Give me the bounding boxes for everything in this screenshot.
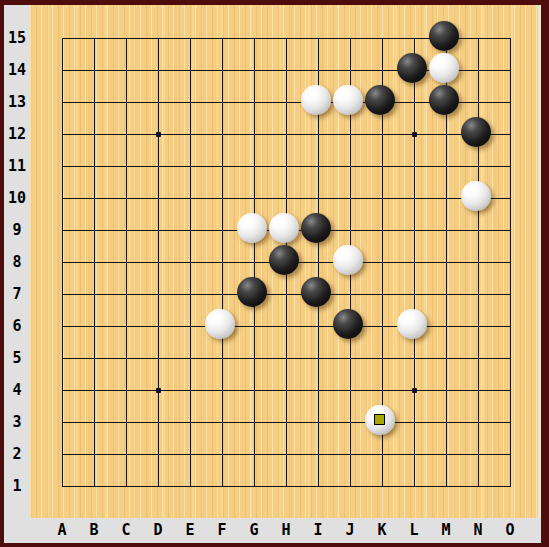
star-point-L12 xyxy=(412,132,417,137)
row-label-8: 8 xyxy=(4,253,30,271)
stone-black-G7 xyxy=(237,277,267,307)
row-label-10: 10 xyxy=(4,189,30,207)
star-point-L4 xyxy=(412,388,417,393)
row-label-14: 14 xyxy=(4,61,30,79)
goban-window: { "game": "go", "board": { "size": 15, "… xyxy=(0,0,549,547)
row-label-13: 13 xyxy=(4,93,30,111)
stone-white-J13 xyxy=(333,85,363,115)
grid-line-row-3 xyxy=(62,422,511,423)
col-label-F: F xyxy=(217,518,226,543)
stone-black-L14 xyxy=(397,53,427,83)
stone-black-M13 xyxy=(429,85,459,115)
grid-line-row-4 xyxy=(62,390,511,391)
star-point-D4 xyxy=(156,388,161,393)
stone-black-J6 xyxy=(333,309,363,339)
row-label-12: 12 xyxy=(4,125,30,143)
stone-black-I9 xyxy=(301,213,331,243)
grid-line-row-5 xyxy=(62,358,511,359)
row-label-2: 2 xyxy=(4,445,30,463)
row-label-1: 1 xyxy=(4,477,30,495)
row-label-11: 11 xyxy=(4,157,30,175)
stone-white-J8 xyxy=(333,245,363,275)
col-label-O: O xyxy=(505,518,514,543)
row-label-6: 6 xyxy=(4,317,30,335)
stone-white-G9 xyxy=(237,213,267,243)
star-point-D12 xyxy=(156,132,161,137)
stone-black-I7 xyxy=(301,277,331,307)
grid-line-col-O xyxy=(510,38,511,487)
stone-white-L6 xyxy=(397,309,427,339)
col-label-N: N xyxy=(473,518,482,543)
row-label-15: 15 xyxy=(4,29,30,47)
col-label-C: C xyxy=(121,518,130,543)
grid-line-row-6 xyxy=(62,326,511,327)
col-label-J: J xyxy=(345,518,354,543)
grid-line-col-N xyxy=(478,38,479,487)
grid-line-col-L xyxy=(414,38,415,487)
grid-line-row-1 xyxy=(62,486,511,487)
go-board[interactable] xyxy=(30,5,541,518)
grid-line-row-2 xyxy=(62,454,511,455)
stone-white-I13 xyxy=(301,85,331,115)
stone-black-H8 xyxy=(269,245,299,275)
row-labels: 151413121110987654321 xyxy=(4,5,30,543)
col-label-E: E xyxy=(185,518,194,543)
col-label-I: I xyxy=(313,518,322,543)
stone-white-M14 xyxy=(429,53,459,83)
row-label-4: 4 xyxy=(4,381,30,399)
col-label-M: M xyxy=(441,518,450,543)
row-label-5: 5 xyxy=(4,349,30,367)
stone-black-N12 xyxy=(461,117,491,147)
stone-white-F6 xyxy=(205,309,235,339)
col-label-L: L xyxy=(409,518,418,543)
stone-white-K3 xyxy=(365,405,395,435)
row-label-9: 9 xyxy=(4,221,30,239)
col-label-D: D xyxy=(153,518,162,543)
last-move-marker xyxy=(374,414,385,425)
grid-line-row-7 xyxy=(62,294,511,295)
col-label-A: A xyxy=(57,518,66,543)
stone-black-K13 xyxy=(365,85,395,115)
stone-black-M15 xyxy=(429,21,459,51)
stone-white-H9 xyxy=(269,213,299,243)
row-label-7: 7 xyxy=(4,285,30,303)
col-label-G: G xyxy=(249,518,258,543)
stone-white-N10 xyxy=(461,181,491,211)
col-labels: ABCDEFGHIJKLMNO xyxy=(4,518,541,543)
col-label-B: B xyxy=(89,518,98,543)
col-label-K: K xyxy=(377,518,386,543)
col-label-H: H xyxy=(281,518,290,543)
row-label-3: 3 xyxy=(4,413,30,431)
